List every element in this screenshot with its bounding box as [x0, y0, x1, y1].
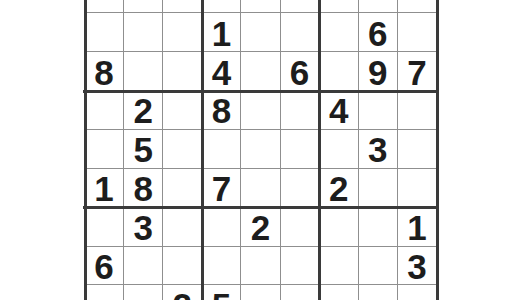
cell-r2c9 [398, 13, 437, 52]
cell-r7c1 [85, 208, 124, 247]
cell-r3c4: 4 [202, 52, 241, 91]
cell-r9c9 [398, 285, 437, 300]
sudoku-grid: 16846972845318723216325 [85, 0, 437, 300]
cell-r3c8: 9 [359, 52, 398, 91]
cell-r4c6 [281, 91, 320, 130]
cell-r5c1 [85, 130, 124, 169]
cell-r1c2 [124, 0, 163, 13]
cell-r1c4 [202, 0, 241, 13]
cell-r6c7: 2 [320, 169, 359, 208]
cell-r1c3 [163, 0, 202, 13]
box-border-horizontal-1 [83, 90, 439, 93]
cell-r1c7 [320, 0, 359, 13]
cell-r5c6 [281, 130, 320, 169]
cell-r3c7 [320, 52, 359, 91]
cell-r9c7 [320, 285, 359, 300]
cell-r1c6 [281, 0, 320, 13]
cell-r7c2: 3 [124, 208, 163, 247]
cell-r2c2 [124, 13, 163, 52]
cell-r4c9 [398, 91, 437, 130]
cell-r7c5: 2 [241, 208, 280, 247]
cell-r6c6 [281, 169, 320, 208]
cell-r2c6 [281, 13, 320, 52]
cell-r9c1 [85, 285, 124, 300]
cell-r5c9 [398, 130, 437, 169]
cell-r1c9 [398, 0, 437, 13]
cell-r8c4 [202, 247, 241, 286]
cell-r9c3: 2 [163, 285, 202, 300]
cell-r6c8 [359, 169, 398, 208]
cell-r1c5 [241, 0, 280, 13]
cell-r4c5 [241, 91, 280, 130]
cell-r6c5 [241, 169, 280, 208]
cell-r3c5 [241, 52, 280, 91]
cell-r8c9: 3 [398, 247, 437, 286]
box-border-horizontal-2 [83, 206, 439, 209]
cell-r2c7 [320, 13, 359, 52]
cell-r3c9: 7 [398, 52, 437, 91]
cell-r2c5 [241, 13, 280, 52]
cell-r5c2: 5 [124, 130, 163, 169]
cell-r8c1: 6 [85, 247, 124, 286]
cell-r6c4: 7 [202, 169, 241, 208]
cell-r1c8 [359, 0, 398, 13]
cell-r8c8 [359, 247, 398, 286]
cell-r2c4: 1 [202, 13, 241, 52]
cell-r6c2: 8 [124, 169, 163, 208]
cell-r4c8 [359, 91, 398, 130]
cell-r8c3 [163, 247, 202, 286]
cell-r4c3 [163, 91, 202, 130]
cell-r7c7 [320, 208, 359, 247]
cell-r7c8 [359, 208, 398, 247]
box-border-vertical-right [436, 0, 439, 300]
box-border-vertical-left [84, 0, 87, 300]
cell-r4c1 [85, 91, 124, 130]
cell-r5c5 [241, 130, 280, 169]
cell-r6c9 [398, 169, 437, 208]
sudoku-cells: 16846972845318723216325 [85, 0, 437, 300]
cell-r2c3 [163, 13, 202, 52]
cell-r5c4 [202, 130, 241, 169]
cell-r9c6 [281, 285, 320, 300]
cell-r4c2: 2 [124, 91, 163, 130]
cell-r6c1: 1 [85, 169, 124, 208]
cell-r2c1 [85, 13, 124, 52]
cell-r8c7 [320, 247, 359, 286]
cell-r7c4 [202, 208, 241, 247]
cell-r9c2 [124, 285, 163, 300]
cell-r3c2 [124, 52, 163, 91]
cell-r8c5 [241, 247, 280, 286]
sudoku-puzzle-image: 16846972845318723216325 [0, 0, 520, 300]
cell-r9c8 [359, 285, 398, 300]
cell-r2c8: 6 [359, 13, 398, 52]
box-border-vertical-1 [201, 0, 204, 300]
cell-r5c3 [163, 130, 202, 169]
box-border-vertical-2 [318, 0, 321, 300]
cell-r4c4: 8 [202, 91, 241, 130]
cell-r3c1: 8 [85, 52, 124, 91]
cell-r7c3 [163, 208, 202, 247]
cell-r3c3 [163, 52, 202, 91]
cell-r9c5 [241, 285, 280, 300]
cell-r8c6 [281, 247, 320, 286]
cell-r8c2 [124, 247, 163, 286]
cell-r3c6: 6 [281, 52, 320, 91]
cell-r7c9: 1 [398, 208, 437, 247]
cell-r1c1 [85, 0, 124, 13]
cell-r7c6 [281, 208, 320, 247]
cell-r5c7 [320, 130, 359, 169]
cell-r6c3 [163, 169, 202, 208]
cell-r5c8: 3 [359, 130, 398, 169]
cell-r9c4: 5 [202, 285, 241, 300]
cell-r4c7: 4 [320, 91, 359, 130]
